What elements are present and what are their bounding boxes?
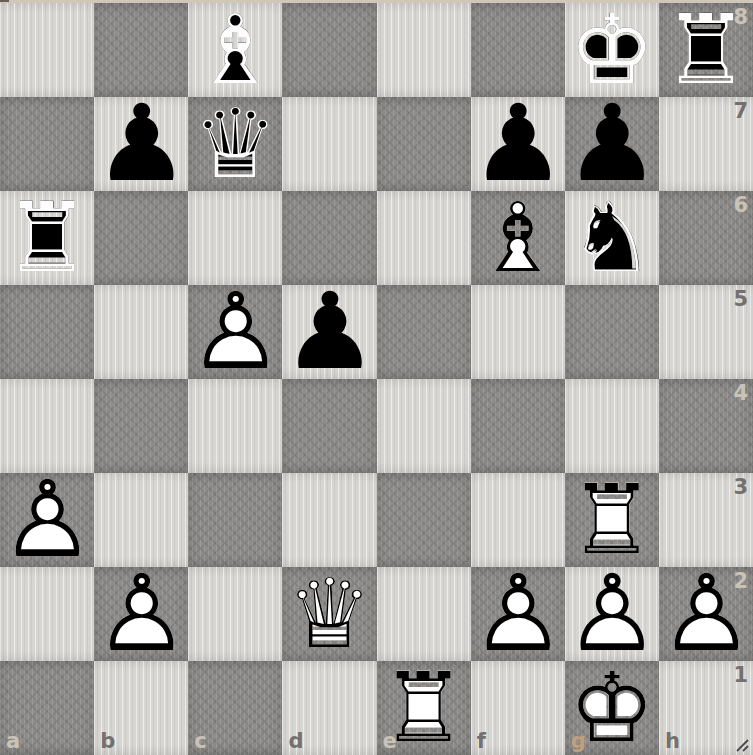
piece-glyph-outline: ♖ — [381, 661, 467, 755]
piece-glyph-outline: ♔ — [569, 661, 655, 755]
square-a6[interactable]: ♜♖ — [0, 191, 94, 285]
white-pawn-icon[interactable]: ♟♙ — [565, 567, 659, 661]
square-g4[interactable] — [565, 379, 659, 473]
piece-glyph-outline: ♘ — [569, 191, 655, 285]
square-d2[interactable]: ♛♕ — [282, 567, 376, 661]
piece-glyph-outline: ♖ — [4, 191, 90, 285]
square-h6[interactable]: 6 — [659, 191, 753, 285]
black-pawn-icon[interactable]: ♟ — [565, 97, 659, 191]
piece-glyph-base: ♟ — [282, 285, 377, 379]
white-pawn-icon[interactable]: ♟♙ — [188, 285, 282, 379]
square-g1[interactable]: g♚♔ — [565, 661, 659, 755]
window-edge-artifact — [0, 0, 9, 2]
square-h2[interactable]: 2♟♙ — [659, 567, 753, 661]
black-bishop-icon[interactable]: ♝♗ — [188, 3, 282, 97]
rank-label-5: 5 — [733, 289, 748, 310]
square-f2[interactable]: ♟♙ — [471, 567, 565, 661]
white-king-icon[interactable]: ♚♔ — [565, 661, 659, 755]
square-g5[interactable] — [565, 285, 659, 379]
square-d8[interactable] — [282, 3, 376, 97]
white-pawn-icon[interactable]: ♟♙ — [471, 567, 565, 661]
square-f6[interactable]: ♝♗ — [471, 191, 565, 285]
square-a3[interactable]: ♟♙ — [0, 473, 94, 567]
file-label-d: d — [288, 731, 303, 752]
piece-glyph-outline: ♕ — [192, 97, 278, 191]
file-label-c: c — [194, 731, 206, 752]
file-label-b: b — [100, 731, 115, 752]
black-pawn-icon[interactable]: ♟ — [471, 97, 565, 191]
square-d5[interactable]: ♟ — [282, 285, 376, 379]
square-h4[interactable]: 4 — [659, 379, 753, 473]
square-a7[interactable] — [0, 97, 94, 191]
square-b5[interactable] — [94, 285, 188, 379]
rank-label-4: 4 — [733, 383, 748, 404]
square-e7[interactable] — [377, 97, 471, 191]
square-d7[interactable] — [282, 97, 376, 191]
square-e1[interactable]: e♜♖ — [377, 661, 471, 755]
piece-glyph-outline: ♙ — [188, 285, 283, 379]
piece-glyph-outline: ♙ — [565, 567, 660, 661]
chess-board[interactable]: ♝♗♚♔8♜♖♟♛♕♟♟7♜♖♝♗♞♘6♟♙♟54♟♙♜♖3♟♙♛♕♟♙♟♙2♟… — [0, 3, 753, 755]
black-rook-icon[interactable]: ♜♖ — [659, 3, 753, 97]
square-d4[interactable] — [282, 379, 376, 473]
square-g6[interactable]: ♞♘ — [565, 191, 659, 285]
piece-glyph-outline: ♖ — [663, 3, 749, 97]
piece-glyph-outline: ♙ — [659, 567, 753, 661]
square-e5[interactable] — [377, 285, 471, 379]
square-c7[interactable]: ♛♕ — [188, 97, 282, 191]
square-a8[interactable] — [0, 3, 94, 97]
square-b6[interactable] — [94, 191, 188, 285]
square-b4[interactable] — [94, 379, 188, 473]
black-queen-icon[interactable]: ♛♕ — [188, 97, 282, 191]
square-c1[interactable]: c — [188, 661, 282, 755]
square-g7[interactable]: ♟ — [565, 97, 659, 191]
piece-glyph-outline: ♗ — [475, 191, 561, 285]
square-f5[interactable] — [471, 285, 565, 379]
square-e2[interactable] — [377, 567, 471, 661]
square-d3[interactable] — [282, 473, 376, 567]
square-b2[interactable]: ♟♙ — [94, 567, 188, 661]
black-pawn-icon[interactable]: ♟ — [94, 97, 188, 191]
square-b1[interactable]: b — [94, 661, 188, 755]
square-f7[interactable]: ♟ — [471, 97, 565, 191]
white-pawn-icon[interactable]: ♟♙ — [0, 473, 94, 567]
white-pawn-icon[interactable]: ♟♙ — [659, 567, 753, 661]
piece-glyph-base: ♟ — [565, 97, 660, 191]
square-c4[interactable] — [188, 379, 282, 473]
piece-glyph-outline: ♙ — [94, 567, 189, 661]
white-bishop-icon[interactable]: ♝♗ — [471, 191, 565, 285]
piece-glyph-base: ♟ — [471, 97, 566, 191]
square-c8[interactable]: ♝♗ — [188, 3, 282, 97]
square-f4[interactable] — [471, 379, 565, 473]
rank-label-3: 3 — [733, 477, 748, 498]
square-f1[interactable]: f — [471, 661, 565, 755]
square-b7[interactable]: ♟ — [94, 97, 188, 191]
white-pawn-icon[interactable]: ♟♙ — [94, 567, 188, 661]
square-e4[interactable] — [377, 379, 471, 473]
square-h8[interactable]: 8♜♖ — [659, 3, 753, 97]
square-g2[interactable]: ♟♙ — [565, 567, 659, 661]
white-queen-icon[interactable]: ♛♕ — [282, 567, 376, 661]
square-e8[interactable] — [377, 3, 471, 97]
square-c3[interactable] — [188, 473, 282, 567]
square-h7[interactable]: 7 — [659, 97, 753, 191]
black-pawn-icon[interactable]: ♟ — [282, 285, 376, 379]
square-a5[interactable] — [0, 285, 94, 379]
resize-grip-icon[interactable] — [733, 735, 751, 753]
piece-glyph-outline: ♕ — [286, 567, 372, 661]
square-e3[interactable] — [377, 473, 471, 567]
square-c2[interactable] — [188, 567, 282, 661]
file-label-h: h — [665, 731, 680, 752]
rank-label-6: 6 — [733, 195, 748, 216]
chess-app-window: ♝♗♚♔8♜♖♟♛♕♟♟7♜♖♝♗♞♘6♟♙♟54♟♙♜♖3♟♙♛♕♟♙♟♙2♟… — [0, 0, 753, 755]
square-d1[interactable]: d — [282, 661, 376, 755]
piece-glyph-outline: ♙ — [0, 473, 95, 567]
square-e6[interactable] — [377, 191, 471, 285]
file-label-f: f — [477, 731, 486, 752]
piece-glyph-outline: ♗ — [192, 3, 278, 97]
square-c5[interactable]: ♟♙ — [188, 285, 282, 379]
square-h5[interactable]: 5 — [659, 285, 753, 379]
black-rook-icon[interactable]: ♜♖ — [0, 191, 94, 285]
file-label-a: a — [6, 731, 20, 752]
square-a1[interactable]: a — [0, 661, 94, 755]
piece-glyph-outline: ♙ — [471, 567, 566, 661]
white-rook-icon[interactable]: ♜♖ — [377, 661, 471, 755]
square-a2[interactable] — [0, 567, 94, 661]
piece-glyph-base: ♟ — [94, 97, 189, 191]
black-knight-icon[interactable]: ♞♘ — [565, 191, 659, 285]
